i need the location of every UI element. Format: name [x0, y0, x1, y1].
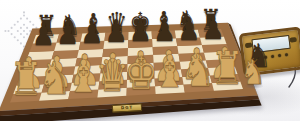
spare-piece-white-knight[interactable]: ♞ [240, 56, 265, 90]
product-photo-scene: ♜♞♝♛♚♝♞♜♟♟♟♟♟♟♟♟♟♟♟♟♟♟♟♟♜♞♝♛♚♝♞♜ DGT ♞♞ [0, 0, 300, 121]
spare-pieces-layer: ♞♞ [0, 0, 300, 121]
